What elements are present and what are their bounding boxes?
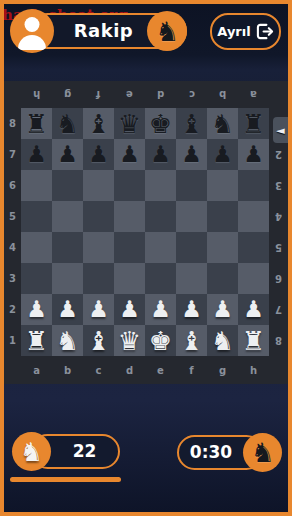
piece-black-queen[interactable]: ♛ xyxy=(118,111,141,137)
piece-white-pawn[interactable]: ♟ xyxy=(150,298,171,321)
board-grid: ♜♞♝♛♚♝♞♜♟♟♟♟♟♟♟♟♟♟♟♟♟♟♟♟♜♞♝♛♚♝♞♜ xyxy=(21,108,269,356)
square-e4[interactable] xyxy=(145,232,176,263)
coord-label: f xyxy=(96,89,100,100)
coord-label: 7 xyxy=(275,304,282,315)
square-h4[interactable] xyxy=(238,232,269,263)
square-c8[interactable]: ♝ xyxy=(83,108,114,139)
coord-label: 3 xyxy=(9,273,16,284)
coord-label: a xyxy=(33,365,40,376)
timer-value: 0:30 xyxy=(185,433,237,472)
square-g8[interactable]: ♞ xyxy=(207,108,238,139)
piece-black-knight[interactable]: ♞ xyxy=(211,111,234,137)
square-g2[interactable]: ♟ xyxy=(207,294,238,325)
piece-black-pawn[interactable]: ♟ xyxy=(119,143,140,166)
square-f2[interactable]: ♟ xyxy=(176,294,207,325)
collapse-panel-tab[interactable]: ◄ xyxy=(273,117,288,143)
coord-label: 8 xyxy=(275,335,282,346)
coord-label: h xyxy=(33,89,40,100)
avatar-head xyxy=(25,17,40,32)
piece-white-pawn[interactable]: ♟ xyxy=(243,298,264,321)
square-h8[interactable]: ♜ xyxy=(238,108,269,139)
piece-black-rook[interactable]: ♜ xyxy=(25,111,48,137)
coord-label: b xyxy=(219,89,226,100)
piece-white-rook[interactable]: ♜ xyxy=(242,328,265,354)
square-b8[interactable]: ♞ xyxy=(52,108,83,139)
leave-button-label: Ayrıl xyxy=(217,24,250,39)
coord-label: f xyxy=(189,365,193,376)
score-value: 22 xyxy=(57,432,112,471)
square-f5[interactable] xyxy=(176,201,207,232)
square-c6[interactable] xyxy=(83,170,114,201)
coord-label: 8 xyxy=(9,118,16,129)
opponent-name: Rakip xyxy=(62,9,145,53)
file-labels-bottom: abcdefgh xyxy=(21,357,269,384)
square-f8[interactable]: ♝ xyxy=(176,108,207,139)
black-knight-icon: ♞ xyxy=(147,11,187,51)
square-g1[interactable]: ♞ xyxy=(207,325,238,356)
person-icon xyxy=(10,9,54,53)
piece-black-pawn[interactable]: ♟ xyxy=(243,143,264,166)
square-e7[interactable]: ♟ xyxy=(145,139,176,170)
piece-black-pawn[interactable]: ♟ xyxy=(57,143,78,166)
rank-labels-right: 12345678 xyxy=(269,108,288,356)
piece-white-knight[interactable]: ♞ xyxy=(211,328,234,354)
file-labels-top: hgfedcba xyxy=(21,81,269,108)
square-h7[interactable]: ♟ xyxy=(238,139,269,170)
timer-pill: 0:30 ♞ xyxy=(177,433,282,472)
square-f3[interactable] xyxy=(176,263,207,294)
coord-label: h xyxy=(250,365,257,376)
black-knight-glyph: ♞ xyxy=(250,439,274,466)
avatar-shoulders xyxy=(18,35,46,50)
square-d8[interactable]: ♛ xyxy=(114,108,145,139)
square-c1[interactable]: ♝ xyxy=(83,325,114,356)
coord-label: e xyxy=(157,365,164,376)
coord-label: 1 xyxy=(9,335,16,346)
piece-black-bishop[interactable]: ♝ xyxy=(180,111,203,137)
coord-label: 2 xyxy=(275,149,282,160)
square-a2[interactable]: ♟ xyxy=(21,294,52,325)
black-knight-icon: ♞ xyxy=(243,433,282,472)
piece-white-knight[interactable]: ♞ xyxy=(56,328,79,354)
square-e8[interactable]: ♚ xyxy=(145,108,176,139)
square-c5[interactable] xyxy=(83,201,114,232)
square-b4[interactable] xyxy=(52,232,83,263)
piece-white-pawn[interactable]: ♟ xyxy=(26,298,47,321)
piece-white-pawn[interactable]: ♟ xyxy=(212,298,233,321)
coord-label: 5 xyxy=(275,242,282,253)
square-e5[interactable] xyxy=(145,201,176,232)
square-d1[interactable]: ♛ xyxy=(114,325,145,356)
square-b3[interactable] xyxy=(52,263,83,294)
square-g6[interactable] xyxy=(207,170,238,201)
rank-labels-left: 87654321 xyxy=(4,108,21,356)
square-c3[interactable] xyxy=(83,263,114,294)
white-knight-icon: ♞ xyxy=(12,432,51,471)
coord-label: e xyxy=(126,89,133,100)
square-g3[interactable] xyxy=(207,263,238,294)
opponent-pill[interactable]: Rakip ♞ xyxy=(10,9,187,53)
piece-black-knight[interactable]: ♞ xyxy=(56,111,79,137)
coord-label: c xyxy=(189,89,195,100)
coord-label: 2 xyxy=(9,304,16,315)
piece-white-rook[interactable]: ♜ xyxy=(25,328,48,354)
square-a5[interactable] xyxy=(21,201,52,232)
piece-black-bishop[interactable]: ♝ xyxy=(87,111,110,137)
square-h6[interactable] xyxy=(238,170,269,201)
coord-label: 4 xyxy=(9,242,16,253)
leave-button[interactable]: Ayrıl xyxy=(210,13,281,50)
left-arrow-icon: ◄ xyxy=(276,125,284,136)
square-a3[interactable] xyxy=(21,263,52,294)
piece-black-rook[interactable]: ♜ xyxy=(242,111,265,137)
square-b1[interactable]: ♞ xyxy=(52,325,83,356)
piece-white-bishop[interactable]: ♝ xyxy=(87,328,110,354)
piece-black-king[interactable]: ♚ xyxy=(149,111,172,137)
square-h1[interactable]: ♜ xyxy=(238,325,269,356)
coord-label: c xyxy=(96,365,102,376)
exit-door-arrow-icon xyxy=(256,23,274,40)
piece-white-pawn[interactable]: ♟ xyxy=(181,298,202,321)
square-f1[interactable]: ♝ xyxy=(176,325,207,356)
chess-board: hgfedcba abcdefgh 87654321 12345678 ♜♞♝♛… xyxy=(4,81,288,384)
coord-label: b xyxy=(64,365,71,376)
piece-black-pawn[interactable]: ♟ xyxy=(26,143,47,166)
coord-label: 6 xyxy=(9,180,16,191)
square-c2[interactable]: ♟ xyxy=(83,294,114,325)
square-g5[interactable] xyxy=(207,201,238,232)
piece-black-pawn[interactable]: ♟ xyxy=(150,143,171,166)
piece-white-queen[interactable]: ♛ xyxy=(118,328,141,354)
coord-label: 6 xyxy=(275,273,282,284)
piece-white-bishop[interactable]: ♝ xyxy=(180,328,203,354)
square-h3[interactable] xyxy=(238,263,269,294)
square-a6[interactable] xyxy=(21,170,52,201)
coord-label: d xyxy=(157,89,164,100)
square-c7[interactable]: ♟ xyxy=(83,139,114,170)
square-e3[interactable] xyxy=(145,263,176,294)
square-b6[interactable] xyxy=(52,170,83,201)
coord-label: g xyxy=(219,365,226,376)
piece-black-pawn[interactable]: ♟ xyxy=(212,143,233,166)
score-underline-bar xyxy=(10,477,121,482)
square-d2[interactable]: ♟ xyxy=(114,294,145,325)
square-d3[interactable] xyxy=(114,263,145,294)
piece-white-king[interactable]: ♚ xyxy=(149,328,172,354)
square-b7[interactable]: ♟ xyxy=(52,139,83,170)
coord-label: d xyxy=(126,365,133,376)
square-e2[interactable]: ♟ xyxy=(145,294,176,325)
coord-label: 3 xyxy=(275,180,282,191)
coord-label: 5 xyxy=(9,211,16,222)
square-a7[interactable]: ♟ xyxy=(21,139,52,170)
black-knight-glyph: ♞ xyxy=(155,18,179,45)
piece-black-pawn[interactable]: ♟ xyxy=(88,143,109,166)
square-g7[interactable]: ♟ xyxy=(207,139,238,170)
square-g4[interactable] xyxy=(207,232,238,263)
square-d6[interactable] xyxy=(114,170,145,201)
square-d7[interactable]: ♟ xyxy=(114,139,145,170)
square-d4[interactable] xyxy=(114,232,145,263)
square-e6[interactable] xyxy=(145,170,176,201)
score-pill: ♞ 22 xyxy=(12,432,120,471)
piece-white-pawn[interactable]: ♟ xyxy=(119,298,140,321)
coord-label: 7 xyxy=(9,149,16,160)
coord-label: 4 xyxy=(275,211,282,222)
square-c4[interactable] xyxy=(83,232,114,263)
square-d5[interactable] xyxy=(114,201,145,232)
square-b5[interactable] xyxy=(52,201,83,232)
piece-white-pawn[interactable]: ♟ xyxy=(88,298,109,321)
square-f7[interactable]: ♟ xyxy=(176,139,207,170)
square-a8[interactable]: ♜ xyxy=(21,108,52,139)
piece-black-pawn[interactable]: ♟ xyxy=(181,143,202,166)
square-h2[interactable]: ♟ xyxy=(238,294,269,325)
square-f4[interactable] xyxy=(176,232,207,263)
square-e1[interactable]: ♚ xyxy=(145,325,176,356)
square-a4[interactable] xyxy=(21,232,52,263)
white-knight-glyph: ♞ xyxy=(20,439,43,465)
square-f6[interactable] xyxy=(176,170,207,201)
square-h5[interactable] xyxy=(238,201,269,232)
square-a1[interactable]: ♜ xyxy=(21,325,52,356)
square-b2[interactable]: ♟ xyxy=(52,294,83,325)
app-screen: hack-cheat.org Rakip ♞ Ayrıl hgfedcba ab… xyxy=(0,0,292,516)
coord-label: g xyxy=(64,89,71,100)
piece-white-pawn[interactable]: ♟ xyxy=(57,298,78,321)
coord-label: a xyxy=(250,89,257,100)
